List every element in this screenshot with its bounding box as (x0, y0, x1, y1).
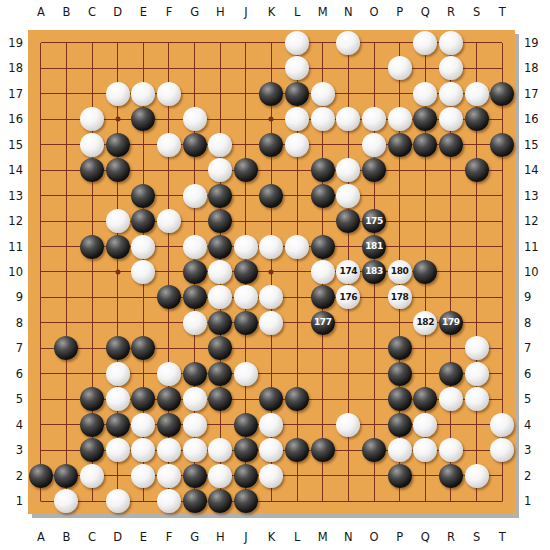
intersection-D12[interactable] (105, 208, 131, 233)
intersection-D15[interactable] (105, 132, 131, 157)
intersection-S15[interactable] (464, 132, 490, 157)
intersection-A9[interactable] (28, 285, 54, 310)
intersection-E14[interactable] (131, 157, 157, 182)
intersection-R15[interactable] (438, 132, 464, 157)
intersection-T3[interactable] (489, 438, 515, 463)
intersection-E10[interactable] (131, 259, 157, 284)
intersection-N4[interactable] (336, 412, 362, 437)
intersection-A8[interactable] (28, 310, 54, 335)
intersection-S7[interactable] (464, 336, 490, 361)
intersection-J13[interactable] (233, 183, 259, 208)
intersection-K15[interactable] (259, 132, 285, 157)
intersection-K16[interactable] (259, 106, 285, 131)
intersection-J19[interactable] (233, 30, 259, 55)
intersection-R12[interactable] (438, 208, 464, 233)
intersection-J14[interactable] (233, 157, 259, 182)
intersection-O17[interactable] (361, 81, 387, 106)
intersection-S10[interactable] (464, 259, 490, 284)
intersection-T4[interactable] (489, 412, 515, 437)
intersection-N15[interactable] (336, 132, 362, 157)
intersection-Q7[interactable] (412, 336, 438, 361)
intersection-R13[interactable] (438, 183, 464, 208)
intersection-B10[interactable] (54, 259, 80, 284)
intersection-Q5[interactable] (412, 387, 438, 412)
intersection-M17[interactable] (310, 81, 336, 106)
intersection-C12[interactable] (79, 208, 105, 233)
intersection-C15[interactable] (79, 132, 105, 157)
intersection-E3[interactable] (131, 438, 157, 463)
intersection-B7[interactable] (54, 336, 80, 361)
intersection-G11[interactable] (182, 234, 208, 259)
intersection-M14[interactable] (310, 157, 336, 182)
intersection-L5[interactable] (284, 387, 310, 412)
intersection-A17[interactable] (28, 81, 54, 106)
intersection-J16[interactable] (233, 106, 259, 131)
intersection-G8[interactable] (182, 310, 208, 335)
intersection-E17[interactable] (131, 81, 157, 106)
intersection-C17[interactable] (79, 81, 105, 106)
intersection-M3[interactable] (310, 438, 336, 463)
intersection-K1[interactable] (259, 489, 285, 514)
intersection-L18[interactable] (284, 55, 310, 80)
intersection-T8[interactable] (489, 310, 515, 335)
intersection-Q6[interactable] (412, 361, 438, 386)
intersection-K14[interactable] (259, 157, 285, 182)
intersection-T9[interactable] (489, 285, 515, 310)
intersection-A3[interactable] (28, 438, 54, 463)
intersection-N6[interactable] (336, 361, 362, 386)
intersection-R1[interactable] (438, 489, 464, 514)
intersection-Q2[interactable] (412, 463, 438, 488)
intersection-F17[interactable] (156, 81, 182, 106)
intersection-P6[interactable] (387, 361, 413, 386)
intersection-H11[interactable] (207, 234, 233, 259)
intersection-L12[interactable] (284, 208, 310, 233)
intersection-G19[interactable] (182, 30, 208, 55)
intersection-H13[interactable] (207, 183, 233, 208)
intersection-D8[interactable] (105, 310, 131, 335)
intersection-C8[interactable] (79, 310, 105, 335)
intersection-D13[interactable] (105, 183, 131, 208)
intersection-P3[interactable] (387, 438, 413, 463)
intersection-T1[interactable] (489, 489, 515, 514)
intersection-S18[interactable] (464, 55, 490, 80)
intersection-M16[interactable] (310, 106, 336, 131)
intersection-O1[interactable] (361, 489, 387, 514)
intersection-G3[interactable] (182, 438, 208, 463)
intersection-N14[interactable] (336, 157, 362, 182)
intersection-N19[interactable] (336, 30, 362, 55)
intersection-S13[interactable] (464, 183, 490, 208)
intersection-P17[interactable] (387, 81, 413, 106)
intersection-P14[interactable] (387, 157, 413, 182)
intersection-Q8[interactable]: 182 (412, 310, 438, 335)
intersection-J17[interactable] (233, 81, 259, 106)
intersection-K10[interactable] (259, 259, 285, 284)
intersection-Q11[interactable] (412, 234, 438, 259)
intersection-A12[interactable] (28, 208, 54, 233)
intersection-E8[interactable] (131, 310, 157, 335)
intersection-E1[interactable] (131, 489, 157, 514)
intersection-P1[interactable] (387, 489, 413, 514)
intersection-B11[interactable] (54, 234, 80, 259)
intersection-N13[interactable] (336, 183, 362, 208)
intersection-P12[interactable] (387, 208, 413, 233)
intersection-M7[interactable] (310, 336, 336, 361)
intersection-T6[interactable] (489, 361, 515, 386)
intersection-N3[interactable] (336, 438, 362, 463)
intersection-N8[interactable] (336, 310, 362, 335)
intersection-H15[interactable] (207, 132, 233, 157)
intersection-G1[interactable] (182, 489, 208, 514)
intersection-E7[interactable] (131, 336, 157, 361)
intersection-C14[interactable] (79, 157, 105, 182)
intersection-P19[interactable] (387, 30, 413, 55)
intersection-O2[interactable] (361, 463, 387, 488)
intersection-N10[interactable]: 174 (336, 259, 362, 284)
intersection-N12[interactable] (336, 208, 362, 233)
intersection-L3[interactable] (284, 438, 310, 463)
intersection-H19[interactable] (207, 30, 233, 55)
intersection-F2[interactable] (156, 463, 182, 488)
intersection-N9[interactable]: 176 (336, 285, 362, 310)
intersection-P16[interactable] (387, 106, 413, 131)
intersection-G14[interactable] (182, 157, 208, 182)
intersection-T5[interactable] (489, 387, 515, 412)
intersection-A10[interactable] (28, 259, 54, 284)
intersection-S12[interactable] (464, 208, 490, 233)
intersection-A13[interactable] (28, 183, 54, 208)
intersection-C2[interactable] (79, 463, 105, 488)
intersection-L6[interactable] (284, 361, 310, 386)
intersection-J7[interactable] (233, 336, 259, 361)
intersection-O9[interactable] (361, 285, 387, 310)
intersection-J2[interactable] (233, 463, 259, 488)
intersection-D11[interactable] (105, 234, 131, 259)
intersection-E15[interactable] (131, 132, 157, 157)
intersection-D9[interactable] (105, 285, 131, 310)
intersection-M6[interactable] (310, 361, 336, 386)
intersection-O10[interactable]: 183 (361, 259, 387, 284)
intersection-K17[interactable] (259, 81, 285, 106)
intersection-K19[interactable] (259, 30, 285, 55)
intersection-K12[interactable] (259, 208, 285, 233)
intersection-C7[interactable] (79, 336, 105, 361)
intersection-P11[interactable] (387, 234, 413, 259)
intersection-L7[interactable] (284, 336, 310, 361)
intersection-D7[interactable] (105, 336, 131, 361)
intersection-T16[interactable] (489, 106, 515, 131)
intersection-J8[interactable] (233, 310, 259, 335)
intersection-B16[interactable] (54, 106, 80, 131)
intersection-G10[interactable] (182, 259, 208, 284)
intersection-J3[interactable] (233, 438, 259, 463)
intersection-B9[interactable] (54, 285, 80, 310)
intersection-T17[interactable] (489, 81, 515, 106)
intersection-A4[interactable] (28, 412, 54, 437)
intersection-G15[interactable] (182, 132, 208, 157)
intersection-Q16[interactable] (412, 106, 438, 131)
intersection-Q10[interactable] (412, 259, 438, 284)
intersection-E11[interactable] (131, 234, 157, 259)
intersection-O16[interactable] (361, 106, 387, 131)
intersection-T15[interactable] (489, 132, 515, 157)
intersection-K5[interactable] (259, 387, 285, 412)
intersection-B1[interactable] (54, 489, 80, 514)
intersection-B6[interactable] (54, 361, 80, 386)
intersection-C6[interactable] (79, 361, 105, 386)
intersection-T13[interactable] (489, 183, 515, 208)
intersection-N18[interactable] (336, 55, 362, 80)
intersection-N1[interactable] (336, 489, 362, 514)
intersection-J9[interactable] (233, 285, 259, 310)
intersection-H9[interactable] (207, 285, 233, 310)
intersection-K18[interactable] (259, 55, 285, 80)
intersection-L19[interactable] (284, 30, 310, 55)
intersection-K11[interactable] (259, 234, 285, 259)
intersection-C19[interactable] (79, 30, 105, 55)
intersection-K13[interactable] (259, 183, 285, 208)
intersection-P8[interactable] (387, 310, 413, 335)
intersection-P18[interactable] (387, 55, 413, 80)
intersection-A7[interactable] (28, 336, 54, 361)
intersection-R17[interactable] (438, 81, 464, 106)
intersection-T2[interactable] (489, 463, 515, 488)
intersection-R2[interactable] (438, 463, 464, 488)
intersection-J1[interactable] (233, 489, 259, 514)
intersection-K8[interactable] (259, 310, 285, 335)
intersection-J6[interactable] (233, 361, 259, 386)
intersection-B18[interactable] (54, 55, 80, 80)
intersection-A5[interactable] (28, 387, 54, 412)
intersection-E5[interactable] (131, 387, 157, 412)
intersection-C1[interactable] (79, 489, 105, 514)
intersection-Q17[interactable] (412, 81, 438, 106)
intersection-K2[interactable] (259, 463, 285, 488)
intersection-A1[interactable] (28, 489, 54, 514)
intersection-E2[interactable] (131, 463, 157, 488)
intersection-B2[interactable] (54, 463, 80, 488)
intersection-J12[interactable] (233, 208, 259, 233)
intersection-D2[interactable] (105, 463, 131, 488)
intersection-S5[interactable] (464, 387, 490, 412)
intersection-E18[interactable] (131, 55, 157, 80)
intersection-D17[interactable] (105, 81, 131, 106)
intersection-S16[interactable] (464, 106, 490, 131)
intersection-O6[interactable] (361, 361, 387, 386)
intersection-M15[interactable] (310, 132, 336, 157)
intersection-P7[interactable] (387, 336, 413, 361)
intersection-N16[interactable] (336, 106, 362, 131)
intersection-E19[interactable] (131, 30, 157, 55)
intersection-T12[interactable] (489, 208, 515, 233)
intersection-G9[interactable] (182, 285, 208, 310)
intersection-O5[interactable] (361, 387, 387, 412)
intersection-Q19[interactable] (412, 30, 438, 55)
intersection-K3[interactable] (259, 438, 285, 463)
intersection-Q1[interactable] (412, 489, 438, 514)
intersection-Q14[interactable] (412, 157, 438, 182)
intersection-J10[interactable] (233, 259, 259, 284)
intersection-M4[interactable] (310, 412, 336, 437)
intersection-F9[interactable] (156, 285, 182, 310)
intersection-D10[interactable] (105, 259, 131, 284)
intersection-F6[interactable] (156, 361, 182, 386)
intersection-R6[interactable] (438, 361, 464, 386)
intersection-G12[interactable] (182, 208, 208, 233)
intersection-A11[interactable] (28, 234, 54, 259)
intersection-C11[interactable] (79, 234, 105, 259)
intersection-R18[interactable] (438, 55, 464, 80)
intersection-R4[interactable] (438, 412, 464, 437)
intersection-D3[interactable] (105, 438, 131, 463)
intersection-F10[interactable] (156, 259, 182, 284)
intersection-C4[interactable] (79, 412, 105, 437)
intersection-G4[interactable] (182, 412, 208, 437)
intersection-G7[interactable] (182, 336, 208, 361)
intersection-K9[interactable] (259, 285, 285, 310)
intersection-L4[interactable] (284, 412, 310, 437)
intersection-H2[interactable] (207, 463, 233, 488)
intersection-R14[interactable] (438, 157, 464, 182)
intersection-S9[interactable] (464, 285, 490, 310)
intersection-S19[interactable] (464, 30, 490, 55)
intersection-M5[interactable] (310, 387, 336, 412)
intersection-H5[interactable] (207, 387, 233, 412)
intersection-O18[interactable] (361, 55, 387, 80)
intersection-E6[interactable] (131, 361, 157, 386)
intersection-M9[interactable] (310, 285, 336, 310)
intersection-S4[interactable] (464, 412, 490, 437)
intersection-F14[interactable] (156, 157, 182, 182)
intersection-P13[interactable] (387, 183, 413, 208)
intersection-R7[interactable] (438, 336, 464, 361)
intersection-B13[interactable] (54, 183, 80, 208)
intersection-F19[interactable] (156, 30, 182, 55)
intersection-Q9[interactable] (412, 285, 438, 310)
intersection-P5[interactable] (387, 387, 413, 412)
intersection-E9[interactable] (131, 285, 157, 310)
intersection-R3[interactable] (438, 438, 464, 463)
intersection-J11[interactable] (233, 234, 259, 259)
intersection-J18[interactable] (233, 55, 259, 80)
intersection-M1[interactable] (310, 489, 336, 514)
intersection-S8[interactable] (464, 310, 490, 335)
intersection-D18[interactable] (105, 55, 131, 80)
intersection-Q15[interactable] (412, 132, 438, 157)
intersection-Q3[interactable] (412, 438, 438, 463)
intersection-T19[interactable] (489, 30, 515, 55)
intersection-L8[interactable] (284, 310, 310, 335)
intersection-F18[interactable] (156, 55, 182, 80)
intersection-F12[interactable] (156, 208, 182, 233)
intersection-N7[interactable] (336, 336, 362, 361)
intersection-M13[interactable] (310, 183, 336, 208)
intersection-P4[interactable] (387, 412, 413, 437)
intersection-O12[interactable]: 175 (361, 208, 387, 233)
intersection-D4[interactable] (105, 412, 131, 437)
intersection-B8[interactable] (54, 310, 80, 335)
intersection-T11[interactable] (489, 234, 515, 259)
intersection-G13[interactable] (182, 183, 208, 208)
intersection-R5[interactable] (438, 387, 464, 412)
intersection-O11[interactable]: 181 (361, 234, 387, 259)
intersection-F7[interactable] (156, 336, 182, 361)
intersection-A2[interactable] (28, 463, 54, 488)
intersection-C3[interactable] (79, 438, 105, 463)
intersection-O19[interactable] (361, 30, 387, 55)
go-board[interactable]: 175181174183180176178177182179 (28, 30, 515, 514)
intersection-H10[interactable] (207, 259, 233, 284)
intersection-A19[interactable] (28, 30, 54, 55)
intersection-B3[interactable] (54, 438, 80, 463)
intersection-K6[interactable] (259, 361, 285, 386)
intersection-F16[interactable] (156, 106, 182, 131)
intersection-T7[interactable] (489, 336, 515, 361)
intersection-B14[interactable] (54, 157, 80, 182)
intersection-G16[interactable] (182, 106, 208, 131)
intersection-E16[interactable] (131, 106, 157, 131)
intersection-S1[interactable] (464, 489, 490, 514)
intersection-S11[interactable] (464, 234, 490, 259)
intersection-O3[interactable] (361, 438, 387, 463)
intersection-L13[interactable] (284, 183, 310, 208)
intersection-F8[interactable] (156, 310, 182, 335)
intersection-D5[interactable] (105, 387, 131, 412)
intersection-E13[interactable] (131, 183, 157, 208)
intersection-L11[interactable] (284, 234, 310, 259)
intersection-L9[interactable] (284, 285, 310, 310)
intersection-H17[interactable] (207, 81, 233, 106)
intersection-D19[interactable] (105, 30, 131, 55)
intersection-R8[interactable]: 179 (438, 310, 464, 335)
intersection-Q18[interactable] (412, 55, 438, 80)
intersection-Q13[interactable] (412, 183, 438, 208)
intersection-A6[interactable] (28, 361, 54, 386)
intersection-M8[interactable]: 177 (310, 310, 336, 335)
intersection-P2[interactable] (387, 463, 413, 488)
intersection-O4[interactable] (361, 412, 387, 437)
intersection-A18[interactable] (28, 55, 54, 80)
intersection-F15[interactable] (156, 132, 182, 157)
intersection-G2[interactable] (182, 463, 208, 488)
intersection-K7[interactable] (259, 336, 285, 361)
intersection-D14[interactable] (105, 157, 131, 182)
intersection-R9[interactable] (438, 285, 464, 310)
intersection-N5[interactable] (336, 387, 362, 412)
intersection-C13[interactable] (79, 183, 105, 208)
intersection-O15[interactable] (361, 132, 387, 157)
intersection-H16[interactable] (207, 106, 233, 131)
intersection-P10[interactable]: 180 (387, 259, 413, 284)
intersection-B15[interactable] (54, 132, 80, 157)
intersection-F1[interactable] (156, 489, 182, 514)
intersection-L10[interactable] (284, 259, 310, 284)
intersection-O7[interactable] (361, 336, 387, 361)
intersection-N2[interactable] (336, 463, 362, 488)
intersection-F13[interactable] (156, 183, 182, 208)
intersection-O14[interactable] (361, 157, 387, 182)
intersection-H7[interactable] (207, 336, 233, 361)
intersection-J5[interactable] (233, 387, 259, 412)
intersection-H1[interactable] (207, 489, 233, 514)
intersection-G17[interactable] (182, 81, 208, 106)
intersection-A15[interactable] (28, 132, 54, 157)
intersection-M10[interactable] (310, 259, 336, 284)
intersection-B12[interactable] (54, 208, 80, 233)
intersection-H4[interactable] (207, 412, 233, 437)
intersection-S3[interactable] (464, 438, 490, 463)
